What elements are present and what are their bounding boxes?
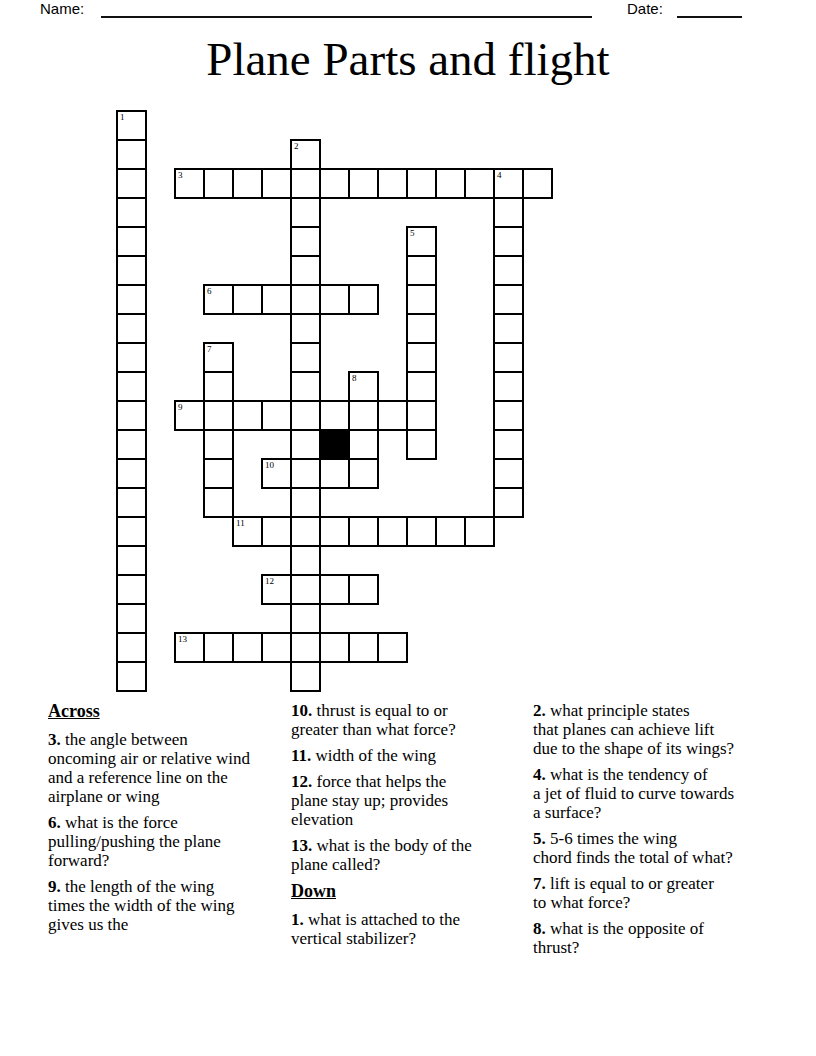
grid-cell[interactable] [291, 169, 320, 198]
grid-cell-black [320, 430, 349, 459]
grid-cell[interactable] [117, 575, 146, 604]
clue-down-5: 5. 5-6 times the wing chord finds the to… [533, 829, 779, 867]
grid-cell[interactable] [117, 169, 146, 198]
clue-across-3: 3. the angle between oncoming air or rel… [48, 730, 294, 806]
grid-cell[interactable] [204, 488, 233, 517]
across-header: Across [48, 701, 294, 722]
grid-cell[interactable] [378, 633, 407, 662]
grid-cell[interactable] [320, 401, 349, 430]
clue-number: 7. [533, 874, 550, 893]
grid-cell[interactable] [407, 372, 436, 401]
cell-number: 8 [352, 374, 357, 383]
grid-cell[interactable] [262, 285, 291, 314]
grid-cell[interactable] [204, 372, 233, 401]
cell-number: 7 [207, 345, 212, 354]
grid-cell[interactable] [291, 314, 320, 343]
grid-cell[interactable] [117, 662, 146, 691]
clues-column-1: Across3. the angle between oncoming air … [48, 701, 294, 941]
cell-number: 1 [120, 113, 125, 122]
grid-cell[interactable] [407, 256, 436, 285]
grid-cell[interactable] [320, 459, 349, 488]
clue-number: 8. [533, 919, 550, 938]
clue-down-8: 8. what is the opposite of thrust? [533, 919, 779, 957]
date-label: Date: [627, 0, 663, 17]
clue-down-2: 2. what principle states that planes can… [533, 701, 779, 758]
grid-cell[interactable] [204, 430, 233, 459]
puzzle-title: Plane Parts and flight [0, 32, 816, 86]
clue-number: 5. [533, 829, 550, 848]
grid-cell[interactable] [494, 401, 523, 430]
clue-text: 5-6 times the wing chord finds the total… [533, 829, 733, 867]
grid-cell[interactable] [349, 169, 378, 198]
grid-cell[interactable] [117, 140, 146, 169]
grid-cell[interactable] [378, 401, 407, 430]
grid-cell[interactable] [291, 198, 320, 227]
grid-cell[interactable] [233, 169, 262, 198]
grid-cell[interactable] [117, 343, 146, 372]
clue-text: what principle states that planes can ac… [533, 701, 734, 758]
grid-cell[interactable] [117, 256, 146, 285]
grid-cell[interactable] [291, 401, 320, 430]
grid-cell[interactable] [378, 517, 407, 546]
grid-cell[interactable] [291, 633, 320, 662]
grid-cell[interactable] [117, 285, 146, 314]
clue-number: 6. [48, 813, 65, 832]
grid-cell[interactable] [291, 285, 320, 314]
grid-cell[interactable] [117, 633, 146, 662]
grid-cell[interactable] [204, 401, 233, 430]
grid-cell[interactable] [117, 198, 146, 227]
grid-cell[interactable] [465, 169, 494, 198]
clue-number: 3. [48, 730, 65, 749]
clue-text: thrust is equal to or greater than what … [291, 701, 456, 739]
clue-text: the length of the wing times the width o… [48, 877, 235, 934]
grid-cell[interactable] [494, 372, 523, 401]
grid-cell[interactable] [494, 459, 523, 488]
clue-across-9: 9. the length of the wing times the widt… [48, 877, 294, 934]
clue-number: 12. [291, 772, 317, 791]
grid-cell[interactable] [117, 401, 146, 430]
grid-cell[interactable] [291, 459, 320, 488]
grid-cell[interactable] [407, 169, 436, 198]
grid-cell[interactable] [233, 401, 262, 430]
grid-cell[interactable] [291, 662, 320, 691]
clue-text: what is the opposite of thrust? [533, 919, 704, 957]
grid-cell[interactable] [407, 430, 436, 459]
grid-cell[interactable] [494, 314, 523, 343]
grid-cell[interactable] [436, 517, 465, 546]
grid-cell[interactable] [349, 459, 378, 488]
clue-across-11: 11. width of the wing [291, 746, 529, 765]
grid-cell[interactable] [291, 546, 320, 575]
grid-cell[interactable] [117, 488, 146, 517]
clue-text: what is the force pulling/pushing the pl… [48, 813, 221, 870]
grid-cell[interactable] [494, 343, 523, 372]
cell-number: 13 [178, 635, 187, 644]
cell-number: 12 [265, 577, 274, 586]
grid-cell[interactable] [204, 169, 233, 198]
grid-cell[interactable] [117, 459, 146, 488]
clue-across-13: 13. what is the body of the plane called… [291, 836, 529, 874]
grid-cell[interactable] [233, 633, 262, 662]
crossword-grid: 12345678910111213 [117, 111, 552, 691]
clue-down-4: 4. what is the tendency of a jet of flui… [533, 765, 779, 822]
clues-column-3: 2. what principle states that planes can… [533, 701, 779, 964]
grid-cell[interactable] [117, 604, 146, 633]
grid-cell[interactable] [204, 633, 233, 662]
grid-cell[interactable] [320, 633, 349, 662]
name-label: Name: [40, 0, 84, 17]
grid-cell[interactable] [436, 169, 465, 198]
grid-cell[interactable] [291, 430, 320, 459]
grid-cell[interactable] [262, 169, 291, 198]
grid-cell[interactable] [117, 372, 146, 401]
clue-across-6: 6. what is the force pulling/pushing the… [48, 813, 294, 870]
grid-cell[interactable] [349, 575, 378, 604]
clue-down-7: 7. lift is equal to or greater to what f… [533, 874, 779, 912]
cell-number: 9 [178, 403, 183, 412]
grid-cell[interactable] [320, 169, 349, 198]
grid-cell[interactable] [407, 314, 436, 343]
grid-cell[interactable] [262, 517, 291, 546]
grid-cell[interactable] [349, 517, 378, 546]
name-blank-line[interactable] [101, 2, 592, 18]
cell-number: 10 [265, 461, 274, 470]
grid-cell[interactable] [117, 227, 146, 256]
grid-cell[interactable] [320, 575, 349, 604]
clue-number: 9. [48, 877, 65, 896]
clue-text: width of the wing [316, 746, 436, 765]
clue-number: 11. [291, 746, 316, 765]
grid-cell[interactable] [407, 517, 436, 546]
down-header: Down [291, 881, 529, 902]
cell-number: 11 [236, 519, 245, 528]
grid-cell[interactable] [378, 169, 407, 198]
grid-cell[interactable] [117, 430, 146, 459]
clue-number: 2. [533, 701, 550, 720]
grid-cell[interactable] [233, 285, 262, 314]
clue-text: what is the tendency of a jet of fluid t… [533, 765, 734, 822]
clues-column-2: 10. thrust is equal to or greater than w… [291, 701, 529, 955]
grid-cell[interactable] [494, 198, 523, 227]
grid-cell[interactable] [494, 227, 523, 256]
grid-cell[interactable] [349, 285, 378, 314]
clue-across-10: 10. thrust is equal to or greater than w… [291, 701, 529, 739]
cell-number: 5 [410, 229, 415, 238]
grid-cell[interactable] [117, 314, 146, 343]
clue-number: 13. [291, 836, 317, 855]
grid-cell[interactable] [349, 633, 378, 662]
grid-cell[interactable] [291, 575, 320, 604]
grid-cell[interactable] [320, 285, 349, 314]
grid-cell[interactable] [407, 343, 436, 372]
grid-cell[interactable] [494, 256, 523, 285]
grid-cell[interactable] [291, 227, 320, 256]
grid-cell[interactable] [117, 517, 146, 546]
grid-cell[interactable] [465, 517, 494, 546]
clue-number: 1. [291, 910, 308, 929]
grid-cell[interactable] [320, 517, 349, 546]
cell-number: 2 [294, 142, 299, 151]
clue-text: the angle between oncoming air or relati… [48, 730, 250, 806]
grid-cell[interactable] [291, 488, 320, 517]
grid-cell[interactable] [494, 285, 523, 314]
grid-cell[interactable] [291, 517, 320, 546]
cell-number: 4 [497, 171, 502, 180]
grid-cell[interactable] [291, 372, 320, 401]
grid-cell[interactable] [291, 343, 320, 372]
clue-text: what is the body of the plane called? [291, 836, 472, 874]
grid-cell[interactable] [523, 169, 552, 198]
clue-number: 4. [533, 765, 550, 784]
grid-cell[interactable] [291, 256, 320, 285]
grid-cell[interactable] [349, 430, 378, 459]
grid-cell[interactable] [262, 401, 291, 430]
grid-cell[interactable] [291, 604, 320, 633]
worksheet-page: Name: Date: Plane Parts and flight 12345… [0, 0, 816, 1056]
grid-cell[interactable] [117, 546, 146, 575]
clue-text: what is attached to the vertical stabili… [291, 910, 460, 948]
grid-cell[interactable] [349, 401, 378, 430]
cell-number: 3 [178, 171, 183, 180]
cell-number: 6 [207, 287, 212, 296]
clue-across-12: 12. force that helps the plane stay up; … [291, 772, 529, 829]
grid-cell[interactable] [204, 459, 233, 488]
clue-text: lift is equal to or greater to what forc… [533, 874, 714, 912]
clue-number: 10. [291, 701, 317, 720]
grid-cell[interactable] [494, 488, 523, 517]
grid-cell[interactable] [262, 633, 291, 662]
grid-cell[interactable] [407, 401, 436, 430]
clue-down-1: 1. what is attached to the vertical stab… [291, 910, 529, 948]
grid-cell[interactable] [494, 430, 523, 459]
grid-cell[interactable] [407, 285, 436, 314]
date-blank-line[interactable] [677, 2, 742, 18]
